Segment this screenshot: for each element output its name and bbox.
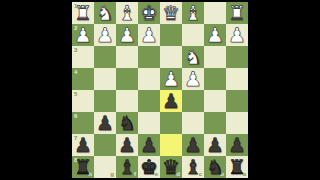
square-b3[interactable] — [204, 46, 226, 68]
black-rook[interactable]: ♜ — [226, 156, 248, 178]
square-e1[interactable]: ♚ — [138, 2, 160, 24]
white-pawn[interactable]: ♟ — [116, 24, 138, 46]
square-h5[interactable]: 5 — [72, 90, 94, 112]
white-queen[interactable]: ♛ — [160, 2, 182, 24]
rank-label-5: 5 — [74, 91, 77, 97]
rank-label-4: 4 — [74, 69, 77, 75]
white-rook[interactable]: ♜ — [226, 2, 248, 24]
square-e6[interactable] — [138, 112, 160, 134]
square-f8[interactable]: f♝ — [116, 156, 138, 178]
square-a7[interactable]: ♟ — [226, 134, 248, 156]
square-h3[interactable]: 3 — [72, 46, 94, 68]
square-a3[interactable] — [226, 46, 248, 68]
black-queen[interactable]: ♛ — [160, 156, 182, 178]
black-knight[interactable]: ♞ — [204, 156, 226, 178]
square-g4[interactable] — [94, 68, 116, 90]
square-e5[interactable] — [138, 90, 160, 112]
square-g8[interactable]: g — [94, 156, 116, 178]
square-f3[interactable] — [116, 46, 138, 68]
black-knight[interactable]: ♞ — [116, 112, 138, 134]
square-g7[interactable] — [94, 134, 116, 156]
square-h7[interactable]: 7♟ — [72, 134, 94, 156]
white-pawn[interactable]: ♟ — [94, 24, 116, 46]
square-g5[interactable] — [94, 90, 116, 112]
square-b6[interactable] — [204, 112, 226, 134]
square-g2[interactable]: ♟ — [94, 24, 116, 46]
square-f2[interactable]: ♟ — [116, 24, 138, 46]
square-c4[interactable]: ♟ — [182, 68, 204, 90]
black-pawn[interactable]: ♟ — [204, 134, 226, 156]
square-b4[interactable] — [204, 68, 226, 90]
square-h8[interactable]: 8h♜ — [72, 156, 94, 178]
black-pawn[interactable]: ♟ — [160, 90, 182, 112]
square-d3[interactable] — [160, 46, 182, 68]
square-c1[interactable]: ♝ — [182, 2, 204, 24]
square-e8[interactable]: e♚ — [138, 156, 160, 178]
square-d6[interactable] — [160, 112, 182, 134]
square-e7[interactable]: ♟ — [138, 134, 160, 156]
square-f5[interactable] — [116, 90, 138, 112]
square-d2[interactable] — [160, 24, 182, 46]
white-knight[interactable]: ♞ — [94, 2, 116, 24]
black-king[interactable]: ♚ — [138, 156, 160, 178]
square-f1[interactable]: ♝ — [116, 2, 138, 24]
square-g1[interactable]: ♞ — [94, 2, 116, 24]
square-e3[interactable] — [138, 46, 160, 68]
square-g3[interactable] — [94, 46, 116, 68]
square-e4[interactable] — [138, 68, 160, 90]
square-h1[interactable]: 1♜ — [72, 2, 94, 24]
square-c7[interactable]: ♟ — [182, 134, 204, 156]
square-e2[interactable]: ♟ — [138, 24, 160, 46]
white-pawn[interactable]: ♟ — [204, 24, 226, 46]
square-f6[interactable]: ♞ — [116, 112, 138, 134]
white-bishop[interactable]: ♝ — [116, 2, 138, 24]
white-knight[interactable]: ♞ — [182, 46, 204, 68]
white-king[interactable]: ♚ — [138, 2, 160, 24]
black-rook[interactable]: ♜ — [72, 156, 94, 178]
file-label-g: g — [110, 171, 114, 177]
white-rook[interactable]: ♜ — [72, 2, 94, 24]
square-b1[interactable] — [204, 2, 226, 24]
square-f7[interactable]: ♟ — [116, 134, 138, 156]
square-h6[interactable]: 6 — [72, 112, 94, 134]
black-bishop[interactable]: ♝ — [116, 156, 138, 178]
square-d7[interactable] — [160, 134, 182, 156]
square-h2[interactable]: 2♟ — [72, 24, 94, 46]
white-bishop[interactable]: ♝ — [182, 2, 204, 24]
square-c3[interactable]: ♞ — [182, 46, 204, 68]
square-b2[interactable]: ♟ — [204, 24, 226, 46]
square-d5[interactable]: ♟ — [160, 90, 182, 112]
square-c2[interactable] — [182, 24, 204, 46]
black-pawn[interactable]: ♟ — [226, 134, 248, 156]
white-pawn[interactable]: ♟ — [138, 24, 160, 46]
square-d1[interactable]: ♛ — [160, 2, 182, 24]
letterbox-background: 1♜♞♝♚♛♝♜2♟♟♟♟♟♟3♞4♟♟5♟6♟♞7♟♟♟♟♟♟8h♜gf♝e♚… — [0, 0, 320, 180]
white-pawn[interactable]: ♟ — [72, 24, 94, 46]
square-b5[interactable] — [204, 90, 226, 112]
square-a8[interactable]: a♜ — [226, 156, 248, 178]
square-d4[interactable]: ♟ — [160, 68, 182, 90]
square-c5[interactable] — [182, 90, 204, 112]
black-pawn[interactable]: ♟ — [138, 134, 160, 156]
square-b7[interactable]: ♟ — [204, 134, 226, 156]
square-g6[interactable]: ♟ — [94, 112, 116, 134]
square-h4[interactable]: 4 — [72, 68, 94, 90]
square-c8[interactable]: c♝ — [182, 156, 204, 178]
chess-board: 1♜♞♝♚♛♝♜2♟♟♟♟♟♟3♞4♟♟5♟6♟♞7♟♟♟♟♟♟8h♜gf♝e♚… — [72, 2, 248, 178]
black-pawn[interactable]: ♟ — [72, 134, 94, 156]
rank-label-3: 3 — [74, 47, 77, 53]
white-pawn[interactable]: ♟ — [226, 24, 248, 46]
black-pawn[interactable]: ♟ — [182, 134, 204, 156]
square-a2[interactable]: ♟ — [226, 24, 248, 46]
square-a4[interactable] — [226, 68, 248, 90]
black-pawn[interactable]: ♟ — [94, 112, 116, 134]
black-pawn[interactable]: ♟ — [116, 134, 138, 156]
white-pawn[interactable]: ♟ — [182, 68, 204, 90]
white-pawn[interactable]: ♟ — [160, 68, 182, 90]
square-d8[interactable]: d♛ — [160, 156, 182, 178]
black-bishop[interactable]: ♝ — [182, 156, 204, 178]
square-b8[interactable]: b♞ — [204, 156, 226, 178]
square-f4[interactable] — [116, 68, 138, 90]
square-a6[interactable] — [226, 112, 248, 134]
square-c6[interactable] — [182, 112, 204, 134]
square-a1[interactable]: ♜ — [226, 2, 248, 24]
rank-label-6: 6 — [74, 113, 77, 119]
square-a5[interactable] — [226, 90, 248, 112]
